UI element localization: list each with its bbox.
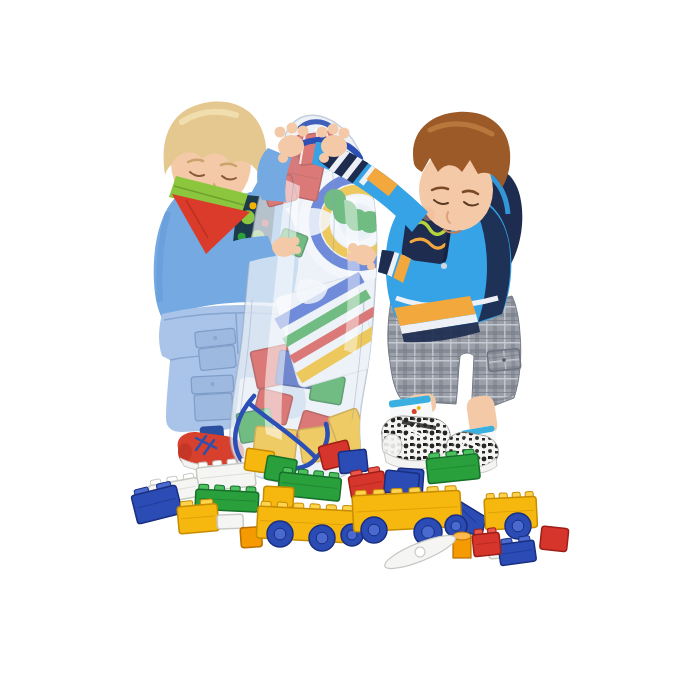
shorts-cargo-flap [487,348,521,371]
toy-block-wheel-blue [309,525,335,551]
toy-block-wheel-blue [361,517,387,543]
right-child [382,112,523,474]
jeans-cargo-pocket-upper [195,328,239,371]
toy-block-cube-red [540,526,569,552]
toy-block-cube-blue [338,449,368,474]
toy-block-cyl-orange [453,532,471,558]
toy-block-cube-white [217,514,243,529]
jeans-cargo-pocket-lower [191,375,235,421]
right-child-zipper-pull [441,263,447,269]
toy-block-brick-red [471,527,501,557]
toy-block-brick-blue [130,480,183,524]
toy-block-brick-green [425,449,480,484]
product-photo [0,0,700,681]
scene-svg [0,0,700,681]
left-child-mid-hand [272,237,301,258]
toy-block-wheel-blue [505,513,531,539]
toy-block-wheel-blue [267,521,293,547]
